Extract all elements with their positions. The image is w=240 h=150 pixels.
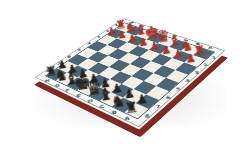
coordinate-label-text: D xyxy=(88,99,93,104)
coordinate-label-text: 4 xyxy=(185,78,191,82)
coordinate-label-text: 6 xyxy=(166,95,172,100)
coordinate-label-text: 2 xyxy=(203,63,209,67)
coordinate-label-text: C xyxy=(100,104,105,109)
coordinate-label-text: 7 xyxy=(156,104,162,109)
chess-set-photo: HGFEDCBA1♜♞♝♚♛♝♞♜12♟♟♟♟♟♟♟♟2334455667♟♟♟… xyxy=(0,0,240,150)
piece-red-pawn-a2: ♟ xyxy=(180,52,200,66)
coordinate-label-text: F xyxy=(66,88,70,92)
coordinate-label-text: A xyxy=(124,116,130,121)
coordinate-label-text: 3 xyxy=(194,70,200,74)
coordinate-label-text: G xyxy=(55,83,60,87)
coordinate-label-text: 8 xyxy=(145,113,151,118)
coordinate-label-text: 1 xyxy=(211,55,217,59)
coordinate-label-text: H xyxy=(44,79,49,83)
coordinate-label-text: 5 xyxy=(176,86,182,91)
board-perspective-wrapper: HGFEDCBA1♜♞♝♚♛♝♞♜12♟♟♟♟♟♟♟♟2334455667♟♟♟… xyxy=(51,0,209,143)
piece-black-rook-a8: ♜ xyxy=(119,99,142,117)
coordinate-label-text: B xyxy=(112,110,118,115)
coordinate-label-text: E xyxy=(77,93,81,98)
